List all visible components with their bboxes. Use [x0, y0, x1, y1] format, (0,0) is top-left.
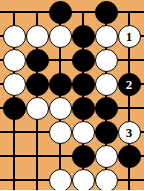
- white-stone: [3, 73, 26, 96]
- white-stone: [49, 25, 72, 48]
- white-stone: [95, 49, 118, 72]
- screenshot: 123: [0, 0, 144, 190]
- black-stone: [49, 1, 72, 24]
- white-stone: [95, 169, 118, 191]
- white-stone: [26, 25, 49, 48]
- white-stone: [95, 73, 118, 96]
- white-stone: [26, 97, 49, 120]
- white-stone: [72, 169, 95, 191]
- white-stone: [95, 25, 118, 48]
- black-stone: [118, 145, 141, 168]
- black-stone: [72, 25, 95, 48]
- black-stone: [49, 73, 72, 96]
- move-3-white-stone: 3: [118, 121, 141, 144]
- white-stone: [3, 25, 26, 48]
- white-stone: [49, 169, 72, 191]
- black-stone: [26, 73, 49, 96]
- white-stone: [49, 121, 72, 144]
- move-number-label: 3: [126, 126, 133, 139]
- white-stone: [3, 49, 26, 72]
- move-number-label: 2: [126, 78, 133, 91]
- black-stone: [3, 97, 26, 120]
- go-board[interactable]: 123: [0, 0, 144, 190]
- black-stone: [95, 1, 118, 24]
- black-stone: [72, 145, 95, 168]
- move-number-label: 1: [126, 30, 133, 43]
- black-stone: [95, 97, 118, 120]
- black-stone: [26, 49, 49, 72]
- black-stone: [95, 121, 118, 144]
- black-stone: [72, 73, 95, 96]
- board-grid-line-h: [0, 11, 144, 13]
- move-2-black-stone: 2: [118, 73, 141, 96]
- white-stone: [72, 121, 95, 144]
- white-stone: [49, 97, 72, 120]
- move-1-white-stone: 1: [118, 25, 141, 48]
- white-stone: [95, 145, 118, 168]
- black-stone: [72, 49, 95, 72]
- black-stone: [72, 97, 95, 120]
